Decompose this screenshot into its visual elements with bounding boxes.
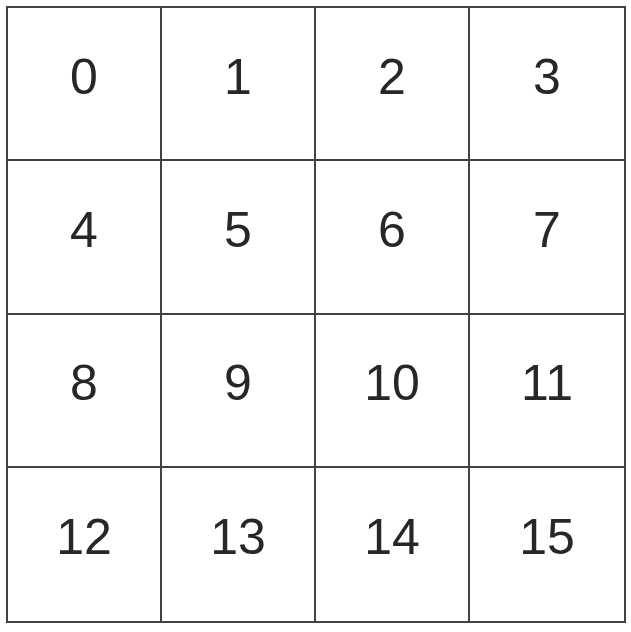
cell-number: 14: [364, 512, 420, 562]
cell-number: 2: [378, 52, 406, 102]
grid-cell-15: 15: [470, 468, 624, 621]
grid-cell-7: 7: [470, 161, 624, 314]
grid-cell-8: 8: [8, 315, 162, 468]
grid-cell-4: 4: [8, 161, 162, 314]
grid-cell-1: 1: [162, 8, 316, 161]
cell-number: 0: [70, 52, 98, 102]
grid-board: 0123456789101112131415: [6, 6, 626, 623]
grid-cell-5: 5: [162, 161, 316, 314]
grid-cell-2: 2: [316, 8, 470, 161]
grid-cell-11: 11: [470, 315, 624, 468]
cell-number: 13: [210, 512, 266, 562]
cell-number: 4: [70, 205, 98, 255]
grid-cell-9: 9: [162, 315, 316, 468]
cell-number: 5: [224, 205, 252, 255]
cell-number: 3: [533, 52, 561, 102]
grid-cell-6: 6: [316, 161, 470, 314]
grid-cell-13: 13: [162, 468, 316, 621]
cell-number: 8: [70, 358, 98, 408]
cell-number: 9: [224, 358, 252, 408]
grid-cell-3: 3: [470, 8, 624, 161]
grid-cell-12: 12: [8, 468, 162, 621]
cell-number: 7: [533, 205, 561, 255]
cell-number: 6: [378, 205, 406, 255]
grid-cell-0: 0: [8, 8, 162, 161]
cell-number: 1: [224, 52, 252, 102]
cell-number: 12: [56, 512, 112, 562]
grid-cell-14: 14: [316, 468, 470, 621]
cell-number: 11: [521, 358, 573, 408]
cell-number: 10: [364, 358, 420, 408]
grid-cell-10: 10: [316, 315, 470, 468]
cell-number: 15: [519, 512, 575, 562]
